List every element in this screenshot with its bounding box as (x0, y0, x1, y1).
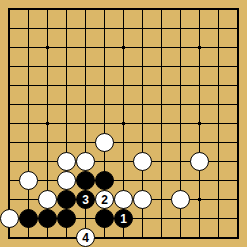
go-board[interactable]: 3214 (0, 0, 247, 247)
black-stone[interactable] (95, 171, 114, 190)
black-stone[interactable] (95, 209, 114, 228)
white-stone-move-2[interactable]: 2 (95, 190, 114, 209)
white-stone[interactable] (76, 152, 95, 171)
white-stone[interactable] (95, 133, 114, 152)
white-stone[interactable] (190, 152, 209, 171)
black-stone-move-3[interactable]: 3 (76, 190, 95, 209)
black-stone[interactable] (76, 171, 95, 190)
white-stone[interactable] (133, 152, 152, 171)
white-stone[interactable] (19, 171, 38, 190)
white-stone-move-4[interactable]: 4 (76, 228, 95, 247)
black-stone[interactable] (57, 209, 76, 228)
white-stone[interactable] (57, 152, 76, 171)
white-stone[interactable] (38, 190, 57, 209)
white-stone[interactable] (133, 190, 152, 209)
black-stone[interactable] (38, 209, 57, 228)
black-stone-move-1[interactable]: 1 (114, 209, 133, 228)
white-stone[interactable] (114, 190, 133, 209)
stones-layer: 3214 (0, 0, 247, 247)
white-stone[interactable] (57, 171, 76, 190)
white-stone[interactable] (0, 209, 19, 228)
black-stone[interactable] (57, 190, 76, 209)
black-stone[interactable] (19, 209, 38, 228)
white-stone[interactable] (171, 190, 190, 209)
